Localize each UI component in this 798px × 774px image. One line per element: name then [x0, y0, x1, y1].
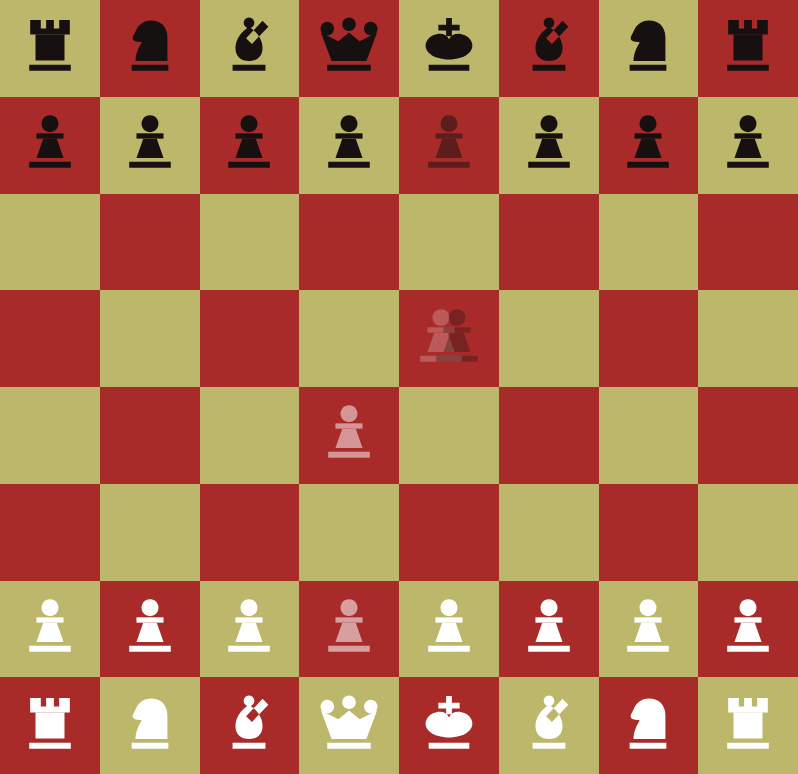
bishop-shape	[233, 65, 266, 71]
pawn-shape	[440, 115, 457, 132]
white-pawn[interactable]	[520, 598, 578, 656]
pawn-shape	[328, 646, 370, 652]
knight-shape	[131, 742, 168, 748]
square-e5[interactable]	[399, 290, 499, 387]
square-a5[interactable]	[0, 290, 100, 387]
pawn-shape	[136, 623, 163, 642]
white-king[interactable]	[420, 695, 478, 753]
square-h6[interactable]	[698, 194, 798, 291]
pawn-shape	[727, 646, 769, 652]
pawn-shape	[528, 646, 570, 652]
square-g4[interactable]	[599, 387, 699, 484]
pawn-shape	[136, 617, 163, 622]
white-pawn[interactable]	[121, 598, 179, 656]
white-pawn-ghost[interactable]	[320, 598, 378, 656]
square-f1[interactable]	[499, 677, 599, 774]
pawn-shape	[229, 646, 271, 652]
square-b1[interactable]	[100, 677, 200, 774]
pawn-shape	[236, 133, 263, 138]
pawn-shape	[735, 139, 762, 158]
square-g1[interactable]	[599, 677, 699, 774]
pawn-shape	[129, 646, 171, 652]
king-shape	[429, 65, 470, 71]
black-bishop[interactable]	[220, 17, 278, 75]
square-b7[interactable]	[100, 97, 200, 194]
pawn-shape	[435, 139, 462, 158]
queen-shape	[321, 33, 377, 62]
knight-shape	[630, 65, 667, 71]
pawn-shape	[540, 115, 557, 132]
black-rook[interactable]	[21, 17, 79, 75]
knight-shape	[631, 21, 666, 62]
square-h8[interactable]	[698, 0, 798, 97]
pawn-shape	[635, 623, 662, 642]
square-a1[interactable]	[0, 677, 100, 774]
pawn-shape	[336, 429, 363, 448]
bishop-shape	[532, 65, 565, 71]
square-d8[interactable]	[299, 0, 399, 97]
rook-shape	[734, 35, 763, 61]
rook-shape	[35, 712, 64, 738]
black-pawn[interactable]	[719, 114, 777, 172]
black-queen[interactable]	[320, 17, 378, 75]
pawn-shape	[36, 617, 63, 622]
black-pawn-ghost[interactable]	[420, 114, 478, 172]
pawn-shape	[336, 424, 363, 429]
white-pawn[interactable]	[420, 598, 478, 656]
square-c7[interactable]	[200, 97, 300, 194]
pawn-shape	[336, 623, 363, 642]
pawn-shape	[735, 623, 762, 642]
black-pawn[interactable]	[21, 114, 79, 172]
square-e3[interactable]	[399, 484, 499, 581]
square-d1[interactable]	[299, 677, 399, 774]
square-g8[interactable]	[599, 0, 699, 97]
knight-shape	[132, 698, 167, 739]
pawn-shape	[635, 617, 662, 622]
knight-shape	[132, 21, 167, 62]
square-a7[interactable]	[0, 97, 100, 194]
square-a4[interactable]	[0, 387, 100, 484]
square-f5[interactable]	[499, 290, 599, 387]
square-h4[interactable]	[698, 387, 798, 484]
square-d3[interactable]	[299, 484, 399, 581]
square-b6[interactable]	[100, 194, 200, 291]
white-knight[interactable]	[121, 695, 179, 753]
square-b4[interactable]	[100, 387, 200, 484]
pawn-shape	[141, 599, 158, 616]
square-a6[interactable]	[0, 194, 100, 291]
queen-shape	[327, 65, 371, 71]
pawn-shape	[443, 327, 470, 332]
knight-shape	[630, 742, 667, 748]
pawn-shape	[428, 162, 470, 168]
pawn-shape	[628, 646, 670, 652]
black-pawn[interactable]	[121, 114, 179, 172]
square-h2[interactable]	[698, 581, 798, 678]
white-bishop[interactable]	[520, 695, 578, 753]
king-shape	[438, 18, 459, 36]
rook-shape	[30, 20, 70, 35]
white-pawn[interactable]	[21, 598, 79, 656]
pawn-shape	[36, 133, 63, 138]
pawn-shape	[41, 115, 58, 132]
pawn-shape	[229, 162, 271, 168]
square-a8[interactable]	[0, 0, 100, 97]
pawn-shape	[628, 162, 670, 168]
pawn-shape	[635, 139, 662, 158]
square-b5[interactable]	[100, 290, 200, 387]
pawn-shape	[241, 599, 258, 616]
white-rook[interactable]	[719, 695, 777, 753]
square-f4[interactable]	[499, 387, 599, 484]
pawn-shape	[448, 309, 465, 326]
king-shape	[425, 34, 472, 60]
square-e7[interactable]	[399, 97, 499, 194]
queen-shape	[342, 18, 356, 32]
rook-shape	[727, 65, 769, 71]
white-queen[interactable]	[320, 695, 378, 753]
square-e6[interactable]	[399, 194, 499, 291]
pawn-shape	[136, 139, 163, 158]
queen-shape	[321, 710, 377, 739]
square-g2[interactable]	[599, 581, 699, 678]
pawn-shape	[328, 452, 370, 458]
pawn-shape	[129, 162, 171, 168]
black-pawn[interactable]	[520, 114, 578, 172]
rook-shape	[728, 698, 768, 713]
square-f7[interactable]	[499, 97, 599, 194]
white-pawn[interactable]	[619, 598, 677, 656]
black-knight[interactable]	[121, 17, 179, 75]
square-c1[interactable]	[200, 677, 300, 774]
pawn-shape	[435, 623, 462, 642]
pawn-shape	[535, 623, 562, 642]
square-g6[interactable]	[599, 194, 699, 291]
square-e2[interactable]	[399, 581, 499, 678]
pawn-shape	[41, 599, 58, 616]
bishop-shape	[543, 695, 554, 706]
pawn-shape	[341, 115, 358, 132]
pawn-shape	[440, 599, 457, 616]
king-shape	[429, 742, 470, 748]
white-pawn[interactable]	[719, 598, 777, 656]
rook-shape	[29, 65, 71, 71]
square-h5[interactable]	[698, 290, 798, 387]
pawn-shape	[735, 617, 762, 622]
square-f8[interactable]	[499, 0, 599, 97]
square-c2[interactable]	[200, 581, 300, 678]
square-f3[interactable]	[499, 484, 599, 581]
pawn-shape	[535, 617, 562, 622]
square-d2[interactable]	[299, 581, 399, 678]
bishop-shape	[543, 18, 554, 29]
square-d7[interactable]	[299, 97, 399, 194]
knight-shape	[631, 698, 666, 739]
pawn-shape	[236, 139, 263, 158]
square-d5[interactable]	[299, 290, 399, 387]
square-e4[interactable]	[399, 387, 499, 484]
black-pawn[interactable]	[619, 114, 677, 172]
square-a2[interactable]	[0, 581, 100, 678]
queen-shape	[342, 695, 356, 709]
square-b2[interactable]	[100, 581, 200, 678]
pawn-shape	[341, 406, 358, 423]
square-h7[interactable]	[698, 97, 798, 194]
black-pawn-ghost	[428, 308, 486, 366]
square-h1[interactable]	[698, 677, 798, 774]
square-f6[interactable]	[499, 194, 599, 291]
rook-shape	[727, 742, 769, 748]
black-king[interactable]	[420, 17, 478, 75]
pawn-shape	[29, 162, 71, 168]
square-g5[interactable]	[599, 290, 699, 387]
pawn-shape	[640, 599, 657, 616]
bishop-shape	[532, 742, 565, 748]
square-g7[interactable]	[599, 97, 699, 194]
square-b3[interactable]	[100, 484, 200, 581]
pawn-shape	[740, 599, 757, 616]
pawn-shape	[428, 646, 470, 652]
rook-shape	[29, 742, 71, 748]
pawn-shape	[29, 646, 71, 652]
bishop-shape	[244, 18, 255, 29]
chess-board	[0, 0, 798, 774]
black-knight[interactable]	[619, 17, 677, 75]
square-c4[interactable]	[200, 387, 300, 484]
square-c8[interactable]	[200, 0, 300, 97]
queen-shape	[327, 742, 371, 748]
pawn-shape	[635, 133, 662, 138]
white-rook[interactable]	[21, 695, 79, 753]
pawn-shape	[443, 332, 470, 351]
pawn-shape	[36, 139, 63, 158]
black-bishop[interactable]	[520, 17, 578, 75]
rook-shape	[728, 20, 768, 35]
square-e8[interactable]	[399, 0, 499, 97]
white-bishop[interactable]	[220, 695, 278, 753]
black-pawn[interactable]	[220, 114, 278, 172]
pawn-shape	[740, 115, 757, 132]
pawn-shape	[36, 623, 63, 642]
king-shape	[425, 711, 472, 737]
square-d4[interactable]	[299, 387, 399, 484]
pawn-shape	[435, 133, 462, 138]
white-pawn-ghost	[320, 404, 378, 462]
pawn-shape	[241, 115, 258, 132]
pawn-shape	[236, 623, 263, 642]
pawn-shape	[640, 115, 657, 132]
square-a3[interactable]	[0, 484, 100, 581]
pawn-shape	[727, 162, 769, 168]
pawn-shape	[141, 115, 158, 132]
pawn-shape	[136, 133, 163, 138]
square-e1[interactable]	[399, 677, 499, 774]
square-c6[interactable]	[200, 194, 300, 291]
square-b8[interactable]	[100, 0, 200, 97]
king-shape	[438, 696, 459, 714]
pawn-shape	[328, 162, 370, 168]
white-knight[interactable]	[619, 695, 677, 753]
square-f2[interactable]	[499, 581, 599, 678]
knight-shape	[131, 65, 168, 71]
pawn-shape	[436, 355, 478, 361]
bishop-shape	[244, 695, 255, 706]
white-pawn[interactable]	[220, 598, 278, 656]
pawn-shape	[341, 599, 358, 616]
pawn-shape	[540, 599, 557, 616]
pawn-shape	[735, 133, 762, 138]
black-rook[interactable]	[719, 17, 777, 75]
pawn-shape	[236, 617, 263, 622]
rook-shape	[734, 712, 763, 738]
black-pawn[interactable]	[320, 114, 378, 172]
pawn-shape	[336, 139, 363, 158]
pawn-shape	[336, 133, 363, 138]
square-c5[interactable]	[200, 290, 300, 387]
square-c3[interactable]	[200, 484, 300, 581]
pawn-shape	[528, 162, 570, 168]
pawn-shape	[435, 617, 462, 622]
square-h3[interactable]	[698, 484, 798, 581]
bishop-shape	[233, 742, 266, 748]
rook-shape	[30, 698, 70, 713]
pawn-shape	[535, 139, 562, 158]
rook-shape	[35, 35, 64, 61]
pawn-shape	[336, 617, 363, 622]
square-g3[interactable]	[599, 484, 699, 581]
square-d6[interactable]	[299, 194, 399, 291]
pawn-shape	[535, 133, 562, 138]
